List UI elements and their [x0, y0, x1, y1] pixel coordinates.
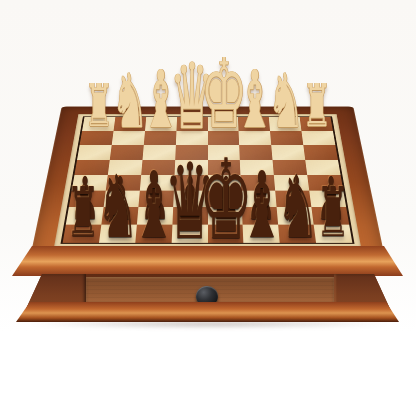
square	[172, 207, 207, 224]
square	[240, 160, 274, 175]
square	[140, 175, 175, 191]
square	[101, 207, 138, 224]
square	[208, 175, 242, 191]
square	[208, 225, 244, 243]
square	[110, 145, 144, 160]
square	[305, 160, 340, 175]
square	[138, 191, 173, 208]
square	[208, 160, 241, 175]
square	[278, 225, 316, 243]
chess-board-frame	[30, 106, 385, 258]
square	[174, 160, 207, 175]
square	[312, 207, 350, 224]
board-maple-border	[54, 114, 361, 246]
square	[309, 191, 346, 208]
square	[74, 160, 109, 175]
square	[277, 207, 314, 224]
square	[275, 191, 311, 208]
square	[106, 175, 141, 191]
square	[72, 175, 108, 191]
square	[208, 131, 240, 145]
square	[238, 117, 270, 131]
square	[241, 191, 276, 208]
square	[144, 131, 177, 145]
square	[271, 145, 305, 160]
square	[141, 160, 175, 175]
square	[173, 191, 208, 208]
square	[63, 225, 102, 243]
square	[135, 225, 172, 243]
square	[239, 145, 272, 160]
square	[112, 131, 145, 145]
square	[82, 117, 115, 131]
square	[137, 207, 173, 224]
square	[307, 175, 343, 191]
square	[108, 160, 143, 175]
square	[66, 207, 104, 224]
square	[241, 175, 276, 191]
square	[242, 207, 278, 224]
square	[80, 131, 114, 145]
square	[175, 145, 208, 160]
square	[302, 131, 336, 145]
square	[300, 117, 333, 131]
box-base-molding	[0, 302, 416, 322]
square	[77, 145, 112, 160]
square	[208, 117, 239, 131]
square	[314, 225, 353, 243]
square	[142, 145, 175, 160]
square	[208, 191, 243, 208]
square	[269, 117, 302, 131]
square	[270, 131, 303, 145]
square	[208, 207, 243, 224]
square	[174, 175, 208, 191]
square	[113, 117, 146, 131]
square	[145, 117, 177, 131]
square	[69, 191, 106, 208]
box-shadow	[24, 320, 394, 328]
square	[208, 145, 241, 160]
square	[273, 160, 308, 175]
chess-board-grid	[61, 116, 355, 243]
chess-set-product-photo: ♜♞♝♛♚♝♞♜♟♟♟♟♟♟♟♟♜♞♝♛♚♝♞♜	[0, 0, 416, 416]
square	[239, 131, 272, 145]
square	[176, 131, 208, 145]
square	[171, 225, 207, 243]
square	[243, 225, 280, 243]
board-bevel-edge	[0, 246, 416, 276]
square	[303, 145, 338, 160]
square	[274, 175, 309, 191]
square	[99, 225, 137, 243]
square	[176, 117, 207, 131]
square	[103, 191, 139, 208]
